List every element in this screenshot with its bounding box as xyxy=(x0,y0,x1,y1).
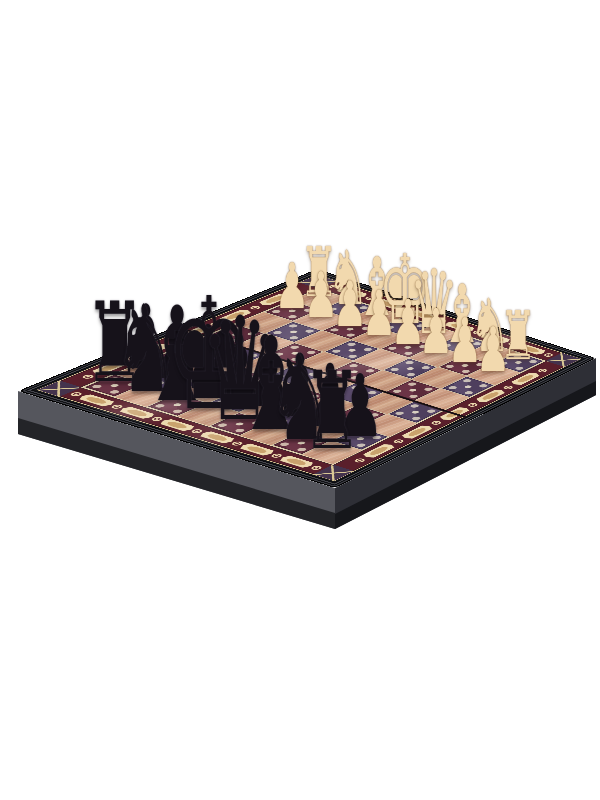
piece-black-rook-a8[interactable]: ♜ xyxy=(302,358,362,465)
chess-set-photo: ♜♞♝♛♚♝♞♜♟♟♟♟♟♟♟♟♟♟♟♟♟♟♟♟♜♞♝♛♚♝♞♜ xyxy=(0,0,600,800)
piece-white-pawn-a2[interactable]: ♟ xyxy=(476,320,510,382)
pieces-layer: ♜♞♝♛♚♝♞♜♟♟♟♟♟♟♟♟♟♟♟♟♟♟♟♟♜♞♝♛♚♝♞♜ xyxy=(0,0,600,800)
